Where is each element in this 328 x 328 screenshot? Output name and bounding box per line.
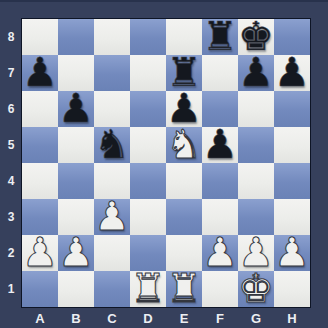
piece-black-knight: ♞: [94, 124, 130, 164]
square-a2[interactable]: ♟: [22, 235, 58, 271]
file-label-c: C: [94, 307, 130, 328]
file-labels: ABCDEFGH: [22, 307, 310, 328]
square-c1[interactable]: [94, 271, 130, 307]
square-f2[interactable]: ♟: [202, 235, 238, 271]
square-h4[interactable]: [274, 163, 310, 199]
piece-black-pawn: ♟: [238, 52, 274, 92]
square-d6[interactable]: [130, 91, 166, 127]
square-g1[interactable]: ♚: [238, 271, 274, 307]
file-label-a: A: [22, 307, 58, 328]
piece-black-pawn: ♟: [22, 52, 58, 92]
square-b8[interactable]: [58, 19, 94, 55]
square-f4[interactable]: [202, 163, 238, 199]
square-c3[interactable]: ♟: [94, 199, 130, 235]
square-d4[interactable]: [130, 163, 166, 199]
square-f7[interactable]: [202, 55, 238, 91]
square-d3[interactable]: [130, 199, 166, 235]
square-e5[interactable]: ♞: [166, 127, 202, 163]
square-d7[interactable]: [130, 55, 166, 91]
piece-white-pawn: ♟: [274, 232, 310, 272]
piece-white-pawn: ♟: [94, 196, 130, 236]
piece-white-king: ♚: [238, 268, 274, 308]
piece-white-rook: ♜: [166, 268, 202, 308]
square-a6[interactable]: [22, 91, 58, 127]
square-g5[interactable]: [238, 127, 274, 163]
square-d1[interactable]: ♜: [130, 271, 166, 307]
square-g7[interactable]: ♟: [238, 55, 274, 91]
file-label-f: F: [202, 307, 238, 328]
square-c2[interactable]: [94, 235, 130, 271]
rank-label-2: 2: [0, 235, 22, 271]
piece-white-pawn: ♟: [202, 232, 238, 272]
chess-board: ♜♚♟♜♟♟♟♟♞♞♟♟♟♟♟♟♟♜♜♚: [22, 19, 310, 307]
square-a7[interactable]: ♟: [22, 55, 58, 91]
square-b5[interactable]: [58, 127, 94, 163]
piece-black-pawn: ♟: [58, 88, 94, 128]
rank-label-5: 5: [0, 127, 22, 163]
square-d5[interactable]: [130, 127, 166, 163]
rank-label-6: 6: [0, 91, 22, 127]
square-b2[interactable]: ♟: [58, 235, 94, 271]
piece-black-rook: ♜: [202, 16, 238, 56]
square-b1[interactable]: [58, 271, 94, 307]
square-h7[interactable]: ♟: [274, 55, 310, 91]
rank-label-1: 1: [0, 271, 22, 307]
rank-label-8: 8: [0, 19, 22, 55]
piece-black-pawn: ♟: [274, 52, 310, 92]
file-label-h: H: [274, 307, 310, 328]
piece-black-pawn: ♟: [202, 124, 238, 164]
square-h1[interactable]: [274, 271, 310, 307]
square-d8[interactable]: [130, 19, 166, 55]
file-label-b: B: [58, 307, 94, 328]
square-e4[interactable]: [166, 163, 202, 199]
square-b4[interactable]: [58, 163, 94, 199]
square-h2[interactable]: ♟: [274, 235, 310, 271]
square-e1[interactable]: ♜: [166, 271, 202, 307]
square-h6[interactable]: [274, 91, 310, 127]
file-label-e: E: [166, 307, 202, 328]
square-c5[interactable]: ♞: [94, 127, 130, 163]
rank-labels: 87654321: [0, 19, 22, 307]
piece-white-rook: ♜: [130, 268, 166, 308]
square-h5[interactable]: [274, 127, 310, 163]
square-b6[interactable]: ♟: [58, 91, 94, 127]
file-label-d: D: [130, 307, 166, 328]
square-c8[interactable]: [94, 19, 130, 55]
chess-diagram: 87654321 ♜♚♟♜♟♟♟♟♞♞♟♟♟♟♟♟♟♜♜♚ ABCDEFGH: [0, 0, 328, 328]
square-a1[interactable]: [22, 271, 58, 307]
square-c7[interactable]: [94, 55, 130, 91]
square-a4[interactable]: [22, 163, 58, 199]
square-f1[interactable]: [202, 271, 238, 307]
rank-label-7: 7: [0, 55, 22, 91]
piece-white-pawn: ♟: [58, 232, 94, 272]
piece-white-knight: ♞: [166, 124, 202, 164]
square-e3[interactable]: [166, 199, 202, 235]
square-g6[interactable]: [238, 91, 274, 127]
square-f5[interactable]: ♟: [202, 127, 238, 163]
square-g4[interactable]: [238, 163, 274, 199]
rank-label-3: 3: [0, 199, 22, 235]
square-f8[interactable]: ♜: [202, 19, 238, 55]
rank-label-4: 4: [0, 163, 22, 199]
square-a5[interactable]: [22, 127, 58, 163]
file-label-g: G: [238, 307, 274, 328]
piece-white-pawn: ♟: [22, 232, 58, 272]
